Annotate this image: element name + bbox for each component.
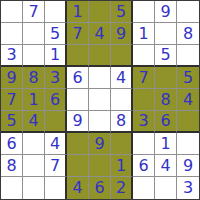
cell-r4c8[interactable]	[155, 67, 177, 89]
cell-r3c8[interactable]: 5	[155, 45, 177, 67]
cell-r8c2[interactable]	[23, 155, 45, 177]
cell-r7c8[interactable]: 1	[155, 133, 177, 155]
cell-r3c7[interactable]	[133, 45, 155, 67]
cell-r4c3[interactable]: 3	[45, 67, 67, 89]
cell-r1c4[interactable]: 1	[67, 1, 89, 23]
cell-r6c2[interactable]: 4	[23, 111, 45, 133]
cell-r4c6[interactable]: 4	[111, 67, 133, 89]
cell-r6c6[interactable]: 8	[111, 111, 133, 133]
cell-r1c5[interactable]	[89, 1, 111, 23]
cell-r5c4[interactable]	[67, 89, 89, 111]
sudoku-board: 7159574918315983647571684549836649187164…	[0, 0, 200, 200]
cell-r2c6[interactable]: 9	[111, 23, 133, 45]
cell-r5c2[interactable]: 1	[23, 89, 45, 111]
cell-r9c2[interactable]	[23, 177, 45, 199]
cell-r3c9[interactable]	[177, 45, 199, 67]
cell-r8c6[interactable]: 1	[111, 155, 133, 177]
cell-r3c5[interactable]	[89, 45, 111, 67]
cell-r5c9[interactable]: 4	[177, 89, 199, 111]
cell-r7c7[interactable]	[133, 133, 155, 155]
cell-r8c9[interactable]: 9	[177, 155, 199, 177]
cell-r7c2[interactable]	[23, 133, 45, 155]
cell-r4c5[interactable]	[89, 67, 111, 89]
cell-r1c9[interactable]	[177, 1, 199, 23]
cell-r2c3[interactable]: 5	[45, 23, 67, 45]
cell-r8c3[interactable]: 7	[45, 155, 67, 177]
cell-r9c6[interactable]: 2	[111, 177, 133, 199]
cell-r5c3[interactable]: 6	[45, 89, 67, 111]
cell-r8c7[interactable]: 6	[133, 155, 155, 177]
cell-r1c6[interactable]: 5	[111, 1, 133, 23]
cell-r7c4[interactable]	[67, 133, 89, 155]
cell-r9c3[interactable]	[45, 177, 67, 199]
cell-r2c4[interactable]: 7	[67, 23, 89, 45]
cell-r6c4[interactable]: 9	[67, 111, 89, 133]
cell-r4c1[interactable]: 9	[1, 67, 23, 89]
cell-r5c7[interactable]	[133, 89, 155, 111]
cell-r8c1[interactable]: 8	[1, 155, 23, 177]
cell-r8c4[interactable]	[67, 155, 89, 177]
cell-r9c9[interactable]: 3	[177, 177, 199, 199]
cell-r2c9[interactable]: 8	[177, 23, 199, 45]
cell-r2c1[interactable]	[1, 23, 23, 45]
cell-r2c8[interactable]	[155, 23, 177, 45]
cell-r7c3[interactable]: 4	[45, 133, 67, 155]
cell-r4c7[interactable]: 7	[133, 67, 155, 89]
cell-r3c3[interactable]: 1	[45, 45, 67, 67]
cell-r5c8[interactable]: 8	[155, 89, 177, 111]
cell-r7c6[interactable]	[111, 133, 133, 155]
cell-r9c5[interactable]: 6	[89, 177, 111, 199]
cell-r2c2[interactable]	[23, 23, 45, 45]
cell-r1c3[interactable]	[45, 1, 67, 23]
cell-r6c3[interactable]	[45, 111, 67, 133]
cell-r1c1[interactable]	[1, 1, 23, 23]
cell-r9c7[interactable]	[133, 177, 155, 199]
cell-r3c2[interactable]	[23, 45, 45, 67]
cell-r3c4[interactable]	[67, 45, 89, 67]
cell-r5c6[interactable]	[111, 89, 133, 111]
cell-r8c8[interactable]: 4	[155, 155, 177, 177]
cell-r6c8[interactable]: 6	[155, 111, 177, 133]
cell-r2c5[interactable]: 4	[89, 23, 111, 45]
cell-r9c4[interactable]: 4	[67, 177, 89, 199]
cell-r7c5[interactable]: 9	[89, 133, 111, 155]
cell-r6c1[interactable]: 5	[1, 111, 23, 133]
cell-r4c9[interactable]: 5	[177, 67, 199, 89]
cell-r6c9[interactable]	[177, 111, 199, 133]
cell-r1c7[interactable]	[133, 1, 155, 23]
cell-r5c1[interactable]: 7	[1, 89, 23, 111]
cell-r8c5[interactable]	[89, 155, 111, 177]
cell-r7c9[interactable]	[177, 133, 199, 155]
cell-r5c5[interactable]	[89, 89, 111, 111]
cell-r3c1[interactable]: 3	[1, 45, 23, 67]
cell-r4c2[interactable]: 8	[23, 67, 45, 89]
cell-r1c2[interactable]: 7	[23, 1, 45, 23]
cell-r1c8[interactable]: 9	[155, 1, 177, 23]
cell-r6c7[interactable]: 3	[133, 111, 155, 133]
cell-r9c8[interactable]	[155, 177, 177, 199]
cell-r9c1[interactable]	[1, 177, 23, 199]
cell-r6c5[interactable]	[89, 111, 111, 133]
cell-r2c7[interactable]: 1	[133, 23, 155, 45]
cell-r4c4[interactable]: 6	[67, 67, 89, 89]
cell-r7c1[interactable]: 6	[1, 133, 23, 155]
cell-r3c6[interactable]	[111, 45, 133, 67]
